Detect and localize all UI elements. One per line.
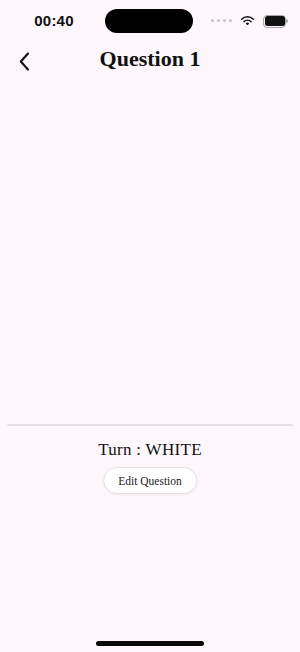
edit-question-button[interactable]: Edit Question [103, 467, 197, 494]
cellular-signal-icon [211, 19, 232, 24]
battery-icon [263, 15, 288, 28]
divider [7, 424, 293, 426]
status-icons [211, 14, 288, 28]
app-screen: 00:40 [0, 0, 300, 652]
turn-label: Turn : WHITE [0, 440, 300, 460]
clock: 00:40 [0, 12, 108, 29]
header: Question 1 [0, 46, 300, 80]
dynamic-island [105, 9, 193, 33]
wifi-icon [239, 15, 256, 27]
chess-board [0, 94, 300, 394]
page-title: Question 1 [0, 46, 300, 72]
home-indicator [96, 641, 204, 646]
status-bar: 00:40 [0, 0, 300, 40]
